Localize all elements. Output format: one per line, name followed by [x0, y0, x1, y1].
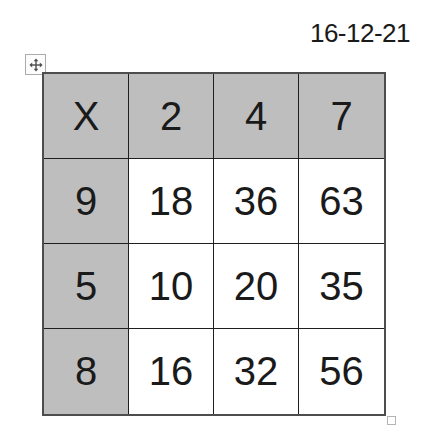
cell-r1c2[interactable]: 36	[214, 159, 299, 244]
move-cross-icon	[29, 58, 43, 72]
cell-r3c2[interactable]: 32	[214, 329, 299, 414]
cell-r1c3[interactable]: 63	[299, 159, 384, 244]
cell-r3-head[interactable]: 8	[44, 329, 129, 414]
table-resize-handle[interactable]	[387, 416, 396, 425]
document-page: 16-12-21 X 2 4 7 9 18 36 63 5 10 20 35 8…	[0, 0, 424, 448]
cell-r2-head[interactable]: 5	[44, 244, 129, 329]
cell-header-c1[interactable]: 2	[129, 74, 214, 159]
cell-r3c3[interactable]: 56	[299, 329, 384, 414]
cell-r2c1[interactable]: 10	[129, 244, 214, 329]
cell-header-x[interactable]: X	[44, 74, 129, 159]
date-label: 16-12-21	[310, 20, 410, 46]
cell-header-c2[interactable]: 4	[214, 74, 299, 159]
cell-header-c3[interactable]: 7	[299, 74, 384, 159]
cell-r1-head[interactable]: 9	[44, 159, 129, 244]
cell-r2c2[interactable]: 20	[214, 244, 299, 329]
multiplication-table: X 2 4 7 9 18 36 63 5 10 20 35 8 16 32 56	[42, 72, 386, 416]
cell-r1c1[interactable]: 18	[129, 159, 214, 244]
cell-r3c1[interactable]: 16	[129, 329, 214, 414]
cell-r2c3[interactable]: 35	[299, 244, 384, 329]
